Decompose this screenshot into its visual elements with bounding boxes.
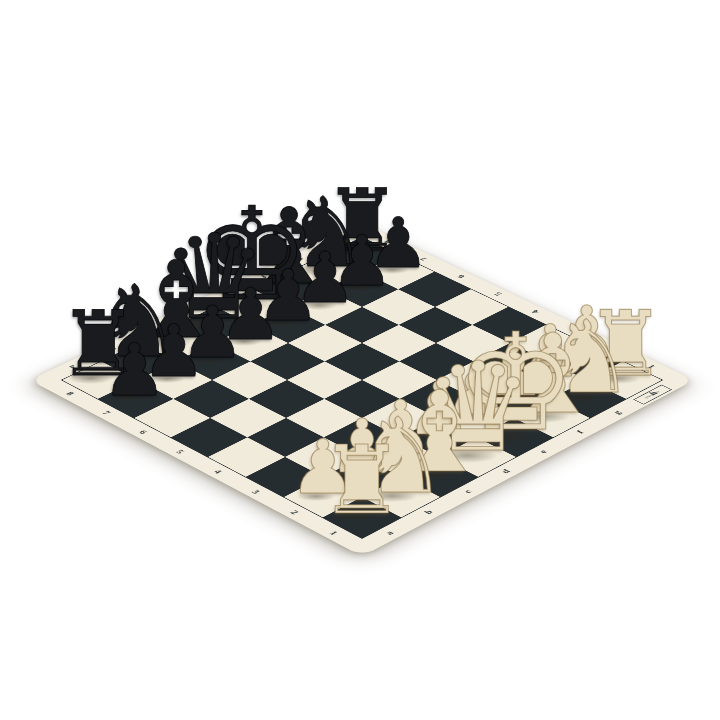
perspective-wrapper: 87654321 87654321 hgfedcba hgfedcba (ill…: [0, 0, 720, 720]
product-photo-scene: 87654321 87654321 hgfedcba hgfedcba (ill…: [0, 0, 720, 720]
chess-mat: 87654321 87654321 hgfedcba hgfedcba (ill…: [30, 223, 695, 556]
chess-board-grid: [61, 237, 663, 539]
